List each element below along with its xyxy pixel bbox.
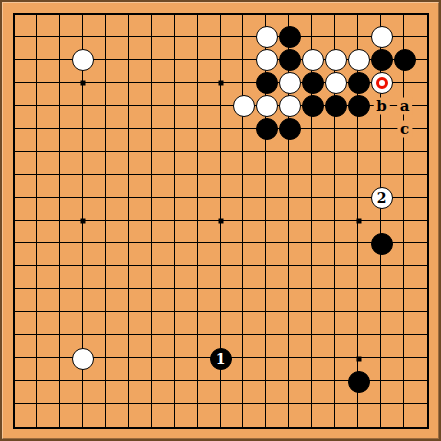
board-cell bbox=[289, 358, 312, 381]
board-cell bbox=[152, 198, 175, 221]
board-cell bbox=[106, 175, 129, 198]
board-cell bbox=[221, 15, 244, 38]
board-cell bbox=[266, 404, 289, 427]
board-cell bbox=[152, 404, 175, 427]
board-cell bbox=[289, 312, 312, 335]
board-cell bbox=[106, 243, 129, 266]
board-cell bbox=[312, 358, 335, 381]
board-cell bbox=[106, 15, 129, 38]
stone-white: ○ bbox=[256, 26, 278, 48]
stone-black: ● bbox=[348, 72, 370, 94]
board-cell bbox=[175, 175, 198, 198]
board-cell bbox=[60, 152, 83, 175]
board-cell bbox=[129, 37, 152, 60]
board-cell bbox=[129, 404, 152, 427]
board-cell bbox=[266, 221, 289, 244]
board-cell bbox=[15, 243, 38, 266]
board-cell bbox=[175, 404, 198, 427]
board-cell bbox=[175, 312, 198, 335]
board-cell bbox=[175, 243, 198, 266]
board-cell bbox=[404, 221, 427, 244]
board-cell bbox=[221, 289, 244, 312]
board-cell bbox=[198, 243, 221, 266]
point-label-c: c bbox=[397, 120, 412, 137]
board-cell bbox=[175, 381, 198, 404]
board-cell bbox=[404, 404, 427, 427]
board-cell bbox=[37, 83, 60, 106]
board-cell bbox=[129, 198, 152, 221]
board-cell bbox=[404, 358, 427, 381]
board-cell bbox=[198, 15, 221, 38]
board-cell bbox=[83, 175, 106, 198]
board-cell bbox=[289, 221, 312, 244]
board-cell bbox=[335, 404, 358, 427]
board-cell bbox=[221, 60, 244, 83]
board-cell bbox=[15, 129, 38, 152]
board-cell bbox=[152, 358, 175, 381]
board-cell bbox=[221, 312, 244, 335]
board-cell bbox=[221, 198, 244, 221]
board-cell bbox=[312, 129, 335, 152]
board-cell bbox=[221, 37, 244, 60]
board-cell bbox=[37, 152, 60, 175]
board-cell bbox=[106, 266, 129, 289]
board-cell bbox=[83, 152, 106, 175]
board-cell bbox=[106, 106, 129, 129]
stone-white: ○ bbox=[348, 49, 370, 71]
board-cell bbox=[404, 381, 427, 404]
board-cell bbox=[312, 15, 335, 38]
board-cell bbox=[15, 289, 38, 312]
board-cell bbox=[312, 243, 335, 266]
board-cell bbox=[243, 243, 266, 266]
board-cell bbox=[37, 312, 60, 335]
board-cell bbox=[152, 129, 175, 152]
stone-black: ● bbox=[256, 72, 278, 94]
stone-white: ○ bbox=[371, 26, 393, 48]
board-cell bbox=[37, 221, 60, 244]
board-cell bbox=[37, 358, 60, 381]
board-cell bbox=[152, 289, 175, 312]
board-cell bbox=[381, 335, 404, 358]
board-cell bbox=[289, 381, 312, 404]
board-cell bbox=[60, 404, 83, 427]
board-cell bbox=[152, 106, 175, 129]
stone-black: ● bbox=[371, 233, 393, 255]
board-cell bbox=[15, 312, 38, 335]
board-cell bbox=[266, 266, 289, 289]
board-cell bbox=[198, 289, 221, 312]
board-cell bbox=[312, 335, 335, 358]
stone-black: ● bbox=[279, 26, 301, 48]
board-cell bbox=[60, 83, 83, 106]
board-cell bbox=[37, 243, 60, 266]
board-cell bbox=[198, 37, 221, 60]
board-cell bbox=[198, 221, 221, 244]
board-cell bbox=[129, 243, 152, 266]
board-cell bbox=[60, 175, 83, 198]
stone-white: ○ bbox=[256, 95, 278, 117]
board-cell bbox=[266, 152, 289, 175]
board-cell bbox=[60, 129, 83, 152]
board-cell bbox=[335, 198, 358, 221]
board-cell bbox=[381, 289, 404, 312]
board-cell bbox=[37, 129, 60, 152]
board-cell bbox=[106, 404, 129, 427]
board-cell bbox=[37, 335, 60, 358]
board-cell bbox=[15, 404, 38, 427]
move-2-stone-white: 2 bbox=[371, 187, 393, 209]
board-cell bbox=[129, 129, 152, 152]
board-cell bbox=[221, 243, 244, 266]
stone-black: ● bbox=[325, 95, 347, 117]
board-cell bbox=[335, 312, 358, 335]
board-cell bbox=[175, 129, 198, 152]
board-cell bbox=[129, 152, 152, 175]
board-cell bbox=[106, 335, 129, 358]
board-cell bbox=[221, 404, 244, 427]
board-cell bbox=[335, 175, 358, 198]
board-cell bbox=[129, 175, 152, 198]
stone-black: ● bbox=[302, 95, 324, 117]
board-cell bbox=[335, 221, 358, 244]
board-cell bbox=[266, 312, 289, 335]
stone-white: ○ bbox=[256, 49, 278, 71]
board-cell bbox=[198, 106, 221, 129]
stone-white: ○ bbox=[302, 49, 324, 71]
board-cell bbox=[15, 106, 38, 129]
board-cell bbox=[312, 152, 335, 175]
board-cell bbox=[289, 243, 312, 266]
stone-white: ○ bbox=[279, 95, 301, 117]
board-cell bbox=[60, 221, 83, 244]
board-cell bbox=[175, 335, 198, 358]
board-cell bbox=[404, 289, 427, 312]
stone-black: ● bbox=[279, 49, 301, 71]
board-cell bbox=[404, 266, 427, 289]
board-cell bbox=[83, 221, 106, 244]
board-cell bbox=[15, 37, 38, 60]
board-cell bbox=[381, 358, 404, 381]
board-cell bbox=[106, 381, 129, 404]
board-cell bbox=[60, 381, 83, 404]
board-cell bbox=[243, 381, 266, 404]
board-cell bbox=[106, 289, 129, 312]
board-cell bbox=[60, 266, 83, 289]
star-point bbox=[218, 218, 223, 223]
board-cell bbox=[312, 381, 335, 404]
board-cell bbox=[266, 175, 289, 198]
board-cell bbox=[15, 152, 38, 175]
board-cell bbox=[335, 335, 358, 358]
board-cell bbox=[152, 221, 175, 244]
board-cell bbox=[358, 335, 381, 358]
board-cell bbox=[312, 266, 335, 289]
point-label-a: a bbox=[397, 97, 413, 114]
board-cell bbox=[83, 404, 106, 427]
board-cell bbox=[221, 381, 244, 404]
board-cell bbox=[358, 404, 381, 427]
board-cell bbox=[175, 289, 198, 312]
board-cell bbox=[106, 60, 129, 83]
board-cell bbox=[358, 152, 381, 175]
board-cell bbox=[243, 198, 266, 221]
board-cell bbox=[152, 266, 175, 289]
board-cell bbox=[404, 175, 427, 198]
board-cell bbox=[266, 198, 289, 221]
board-cell bbox=[106, 83, 129, 106]
stone-white: ○ bbox=[72, 348, 94, 370]
board-cell bbox=[312, 312, 335, 335]
board-cell bbox=[106, 37, 129, 60]
board-cell bbox=[243, 221, 266, 244]
board-cell bbox=[152, 83, 175, 106]
stone-black: ● bbox=[371, 49, 393, 71]
board-cell bbox=[404, 335, 427, 358]
board-cell bbox=[289, 266, 312, 289]
stone-black: ● bbox=[348, 95, 370, 117]
board-cell bbox=[60, 312, 83, 335]
star-point bbox=[218, 80, 223, 85]
board-cell bbox=[129, 266, 152, 289]
board-cell bbox=[129, 221, 152, 244]
board-cell bbox=[175, 37, 198, 60]
board-cell bbox=[221, 152, 244, 175]
board-cell bbox=[37, 60, 60, 83]
board-cell bbox=[15, 60, 38, 83]
board-cell bbox=[152, 243, 175, 266]
board-cell bbox=[312, 404, 335, 427]
board-cell bbox=[198, 312, 221, 335]
board-cell bbox=[129, 15, 152, 38]
board-cell bbox=[289, 175, 312, 198]
board-cell bbox=[37, 404, 60, 427]
board-cell bbox=[37, 15, 60, 38]
board-cell bbox=[152, 15, 175, 38]
board-cell bbox=[83, 266, 106, 289]
board-cell bbox=[83, 129, 106, 152]
board-cell bbox=[60, 289, 83, 312]
board-cell bbox=[198, 266, 221, 289]
board-cell bbox=[15, 221, 38, 244]
board-cell bbox=[83, 15, 106, 38]
board-cell bbox=[404, 152, 427, 175]
board-cell bbox=[152, 60, 175, 83]
board-cell bbox=[358, 312, 381, 335]
board-cell bbox=[129, 83, 152, 106]
board-cell bbox=[243, 175, 266, 198]
board-cell bbox=[312, 198, 335, 221]
board-cell bbox=[198, 129, 221, 152]
board-cell bbox=[358, 289, 381, 312]
board-cell bbox=[60, 106, 83, 129]
board-cell bbox=[404, 198, 427, 221]
stone-white-marked: ○ bbox=[371, 72, 393, 94]
board-cell bbox=[335, 266, 358, 289]
board-cell bbox=[129, 381, 152, 404]
board-cell bbox=[198, 175, 221, 198]
board-cell bbox=[60, 15, 83, 38]
move-1-stone-black: 1 bbox=[210, 348, 232, 370]
board-cell bbox=[221, 221, 244, 244]
board-cell bbox=[404, 312, 427, 335]
board-cell bbox=[129, 106, 152, 129]
board-cell bbox=[83, 83, 106, 106]
board-cell bbox=[37, 175, 60, 198]
board-cell bbox=[266, 381, 289, 404]
board-cell bbox=[289, 198, 312, 221]
star-point bbox=[356, 356, 361, 361]
board-cell bbox=[15, 335, 38, 358]
board-cell bbox=[266, 243, 289, 266]
board-cell bbox=[381, 266, 404, 289]
board-cell bbox=[37, 198, 60, 221]
board-cell bbox=[381, 404, 404, 427]
board-cell bbox=[152, 312, 175, 335]
stone-white: ○ bbox=[233, 95, 255, 117]
board-cell bbox=[37, 381, 60, 404]
board-cell bbox=[15, 175, 38, 198]
go-board: ○○●○○●○○○●●●○●○●○○○○●●●●●2●○1●bac bbox=[0, 0, 441, 441]
board-cell bbox=[106, 358, 129, 381]
board-cell bbox=[221, 129, 244, 152]
stone-white: ○ bbox=[72, 49, 94, 71]
board-cell bbox=[175, 221, 198, 244]
stone-black: ● bbox=[256, 118, 278, 140]
board-cell bbox=[83, 198, 106, 221]
board-cell bbox=[152, 335, 175, 358]
board-cell bbox=[381, 312, 404, 335]
board-cell bbox=[83, 289, 106, 312]
board-cell bbox=[243, 404, 266, 427]
board-cell bbox=[175, 60, 198, 83]
stone-white: ○ bbox=[325, 49, 347, 71]
board-cell bbox=[198, 381, 221, 404]
board-cell bbox=[37, 289, 60, 312]
board-cell bbox=[221, 175, 244, 198]
board-cell bbox=[60, 243, 83, 266]
stone-black: ● bbox=[279, 118, 301, 140]
board-cell bbox=[152, 152, 175, 175]
board-cell bbox=[243, 289, 266, 312]
board-cell bbox=[129, 289, 152, 312]
board-cell bbox=[266, 335, 289, 358]
board-cell bbox=[129, 312, 152, 335]
board-cell bbox=[152, 175, 175, 198]
board-cell bbox=[83, 312, 106, 335]
board-cell bbox=[106, 152, 129, 175]
board-cell bbox=[175, 15, 198, 38]
board-cell bbox=[106, 312, 129, 335]
board-cell bbox=[198, 152, 221, 175]
stone-black: ● bbox=[348, 371, 370, 393]
board-cell bbox=[243, 358, 266, 381]
board-cell bbox=[266, 289, 289, 312]
stone-black: ● bbox=[394, 49, 416, 71]
board-cell bbox=[381, 152, 404, 175]
point-label-b: b bbox=[373, 97, 390, 114]
board-cell bbox=[198, 404, 221, 427]
board-cell bbox=[335, 152, 358, 175]
stone-black: ● bbox=[302, 72, 324, 94]
board-cell bbox=[106, 198, 129, 221]
board-cell bbox=[243, 312, 266, 335]
board-cell bbox=[381, 381, 404, 404]
stone-white: ○ bbox=[279, 72, 301, 94]
board-cell bbox=[83, 381, 106, 404]
star-point bbox=[80, 80, 85, 85]
board-cell bbox=[289, 404, 312, 427]
board-cell bbox=[37, 37, 60, 60]
board-cell bbox=[243, 152, 266, 175]
board-cell bbox=[243, 335, 266, 358]
board-cell bbox=[335, 243, 358, 266]
board-cell bbox=[198, 83, 221, 106]
board-cell bbox=[106, 221, 129, 244]
board-cell bbox=[175, 266, 198, 289]
board-cell bbox=[312, 289, 335, 312]
board-cell bbox=[152, 381, 175, 404]
board-cell bbox=[404, 15, 427, 38]
board-cell bbox=[175, 83, 198, 106]
board-cell bbox=[129, 335, 152, 358]
board-cell bbox=[175, 358, 198, 381]
board-cell bbox=[289, 289, 312, 312]
board-cell bbox=[83, 106, 106, 129]
board-cell bbox=[243, 266, 266, 289]
stone-white: ○ bbox=[325, 72, 347, 94]
board-cell bbox=[335, 289, 358, 312]
board-cell bbox=[335, 129, 358, 152]
board-cell bbox=[358, 129, 381, 152]
board-cell bbox=[15, 15, 38, 38]
board-cell bbox=[266, 358, 289, 381]
board-cell bbox=[335, 15, 358, 38]
board-cell bbox=[289, 152, 312, 175]
board-cell bbox=[15, 381, 38, 404]
board-cell bbox=[15, 198, 38, 221]
board-cell bbox=[221, 266, 244, 289]
star-point bbox=[356, 218, 361, 223]
board-cell bbox=[312, 175, 335, 198]
board-cell bbox=[15, 83, 38, 106]
board-cell bbox=[15, 358, 38, 381]
red-circle-mark bbox=[376, 77, 388, 89]
board-cell bbox=[129, 358, 152, 381]
board-cell bbox=[152, 37, 175, 60]
board-cell bbox=[175, 106, 198, 129]
star-point bbox=[80, 218, 85, 223]
board-cell bbox=[289, 335, 312, 358]
board-cell bbox=[83, 243, 106, 266]
board-cell bbox=[106, 129, 129, 152]
board-cell bbox=[37, 266, 60, 289]
board-cell bbox=[37, 106, 60, 129]
board-cell bbox=[358, 266, 381, 289]
board-cell bbox=[15, 266, 38, 289]
board-cell bbox=[175, 152, 198, 175]
board-cell bbox=[312, 221, 335, 244]
board-cell bbox=[129, 60, 152, 83]
board-cell bbox=[175, 198, 198, 221]
board-cell bbox=[404, 243, 427, 266]
